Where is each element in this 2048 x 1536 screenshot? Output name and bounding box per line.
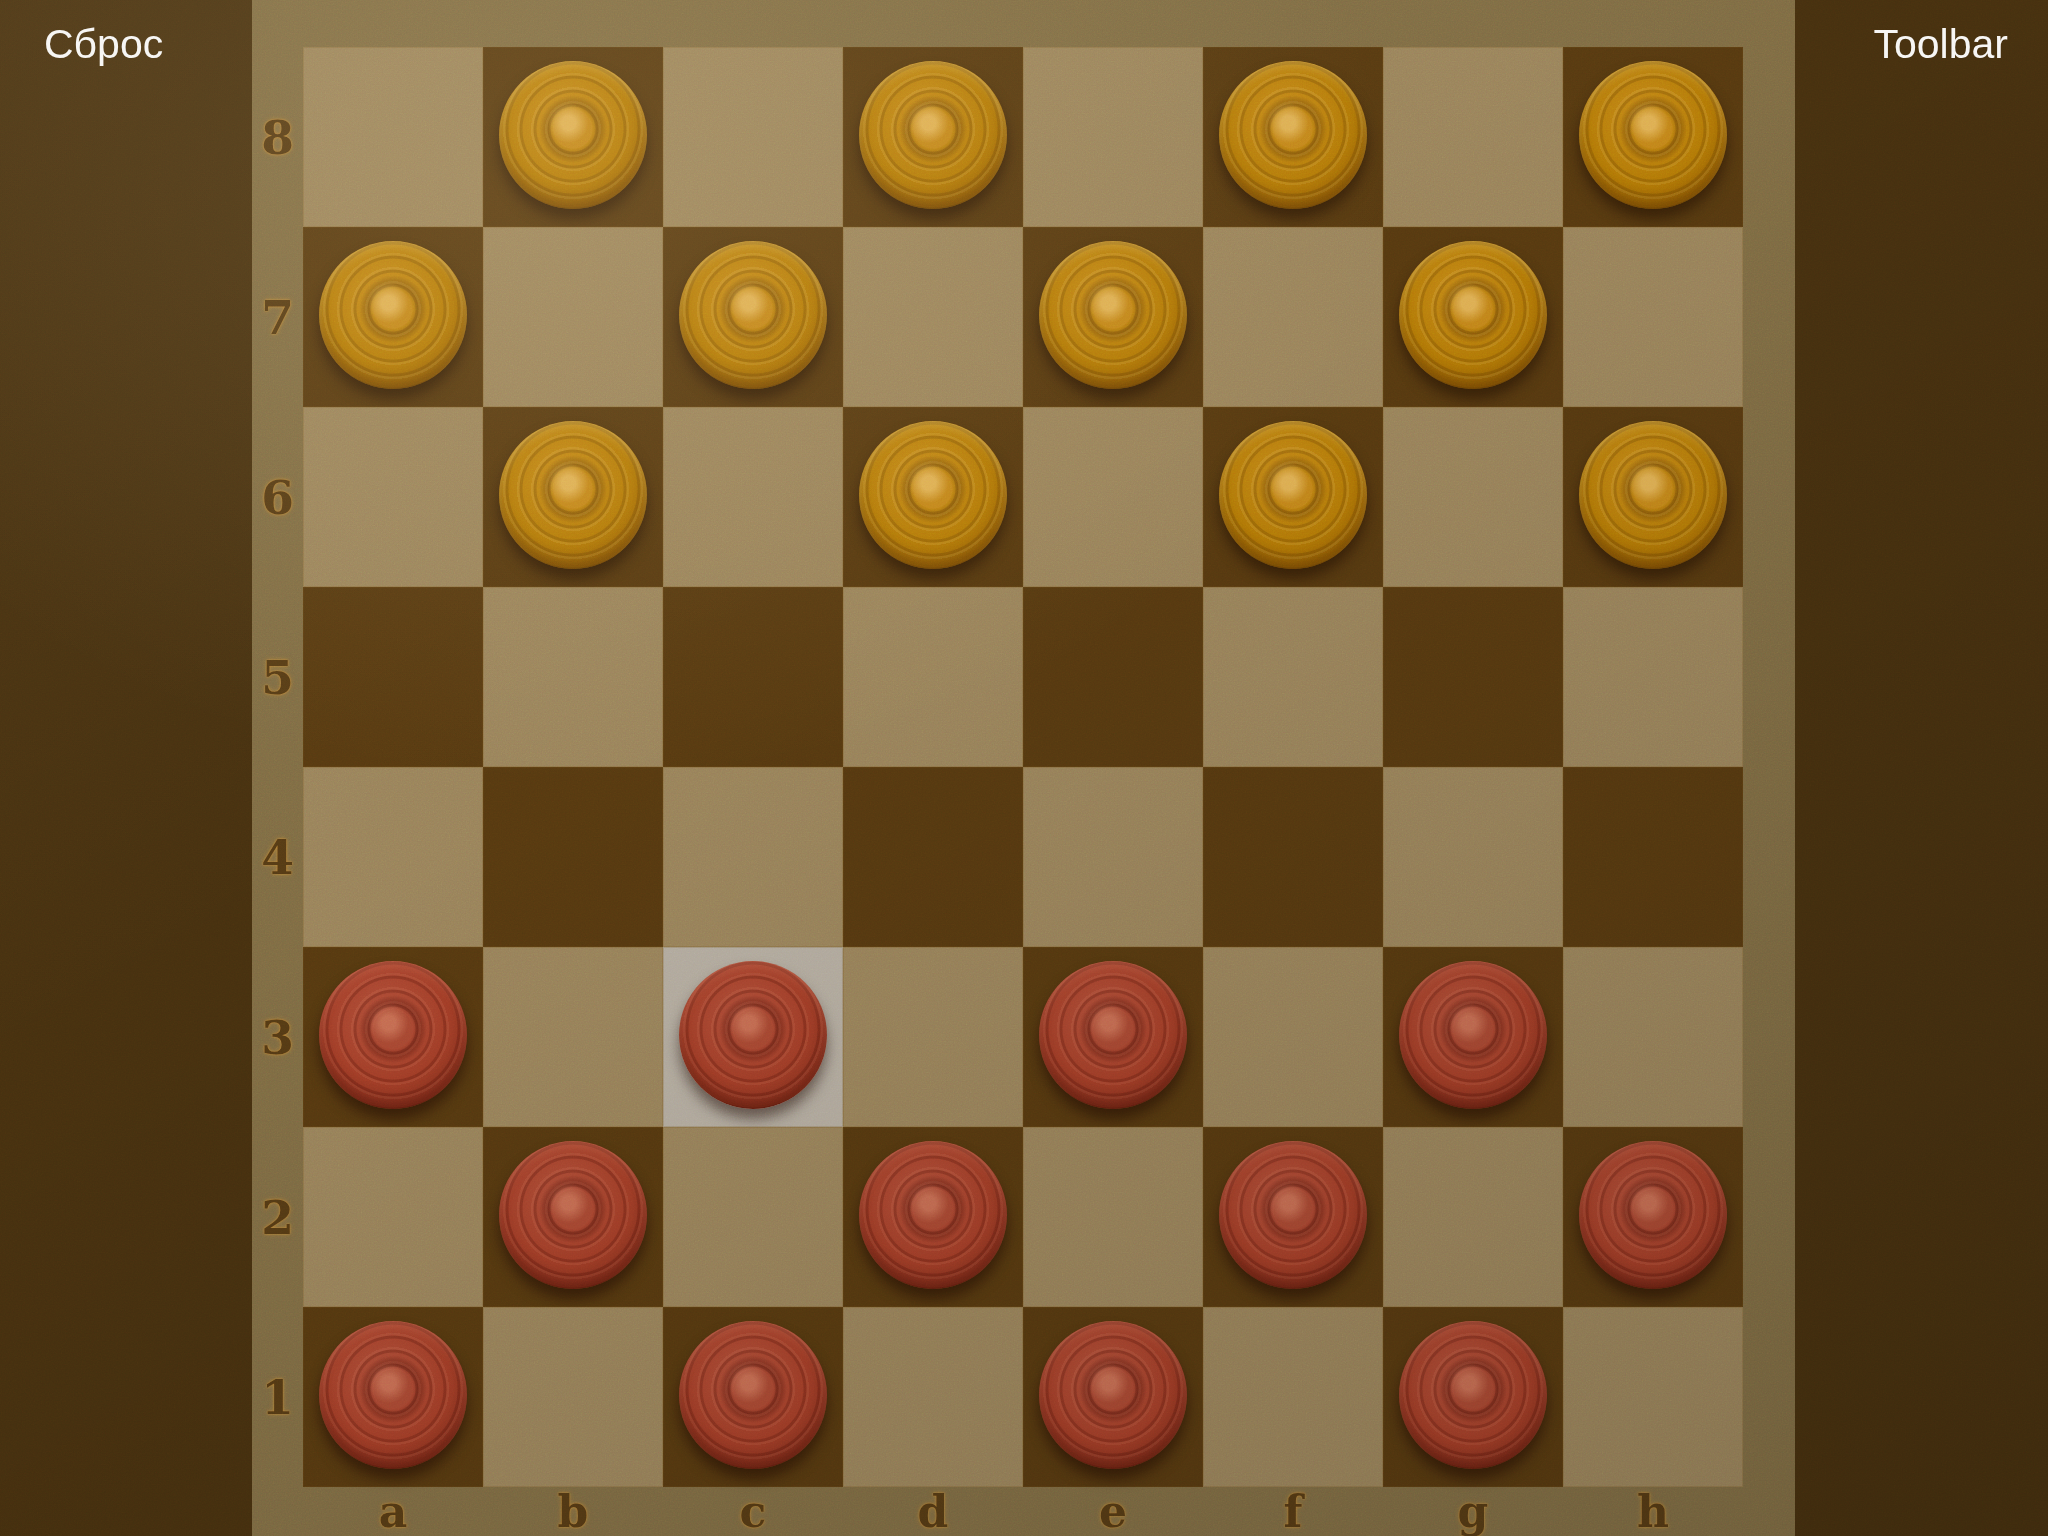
rank-labels: 87654321 bbox=[252, 47, 303, 1487]
reset-button[interactable]: Сброс bbox=[44, 22, 163, 67]
square-g6[interactable] bbox=[1383, 407, 1563, 587]
square-g4[interactable] bbox=[1383, 767, 1563, 947]
square-g1[interactable] bbox=[1383, 1307, 1563, 1487]
square-h8[interactable] bbox=[1563, 47, 1743, 227]
square-h5[interactable] bbox=[1563, 587, 1743, 767]
square-h3[interactable] bbox=[1563, 947, 1743, 1127]
square-e5[interactable] bbox=[1023, 587, 1203, 767]
yellow-piece-h8[interactable] bbox=[1579, 61, 1727, 209]
yellow-piece-d6[interactable] bbox=[859, 421, 1007, 569]
rank-label-6: 6 bbox=[252, 407, 303, 587]
rank-label-7: 7 bbox=[252, 227, 303, 407]
square-h4[interactable] bbox=[1563, 767, 1743, 947]
file-label-d: d bbox=[843, 1487, 1023, 1536]
rank-label-1: 1 bbox=[252, 1307, 303, 1487]
yellow-piece-g7[interactable] bbox=[1399, 241, 1547, 389]
square-a3[interactable] bbox=[303, 947, 483, 1127]
square-d5[interactable] bbox=[843, 587, 1023, 767]
file-labels: abcdefgh bbox=[303, 1487, 1743, 1536]
square-f6[interactable] bbox=[1203, 407, 1383, 587]
square-b3[interactable] bbox=[483, 947, 663, 1127]
square-d1[interactable] bbox=[843, 1307, 1023, 1487]
square-e8[interactable] bbox=[1023, 47, 1203, 227]
square-e2[interactable] bbox=[1023, 1127, 1203, 1307]
square-b7[interactable] bbox=[483, 227, 663, 407]
file-label-b: b bbox=[483, 1487, 663, 1536]
square-f8[interactable] bbox=[1203, 47, 1383, 227]
file-label-a: a bbox=[303, 1487, 483, 1536]
square-f7[interactable] bbox=[1203, 227, 1383, 407]
yellow-piece-b8[interactable] bbox=[499, 61, 647, 209]
rank-label-2: 2 bbox=[252, 1127, 303, 1307]
square-a7[interactable] bbox=[303, 227, 483, 407]
red-piece-a1[interactable] bbox=[319, 1321, 467, 1469]
yellow-piece-b6[interactable] bbox=[499, 421, 647, 569]
square-e3[interactable] bbox=[1023, 947, 1203, 1127]
square-h2[interactable] bbox=[1563, 1127, 1743, 1307]
square-d7[interactable] bbox=[843, 227, 1023, 407]
square-c2[interactable] bbox=[663, 1127, 843, 1307]
square-c6[interactable] bbox=[663, 407, 843, 587]
toolbar-button[interactable]: Toolbar bbox=[1874, 22, 2008, 67]
square-b6[interactable] bbox=[483, 407, 663, 587]
square-c8[interactable] bbox=[663, 47, 843, 227]
red-piece-d2[interactable] bbox=[859, 1141, 1007, 1289]
square-d6[interactable] bbox=[843, 407, 1023, 587]
square-c4[interactable] bbox=[663, 767, 843, 947]
square-g5[interactable] bbox=[1383, 587, 1563, 767]
square-f5[interactable] bbox=[1203, 587, 1383, 767]
yellow-piece-c7[interactable] bbox=[679, 241, 827, 389]
file-label-h: h bbox=[1563, 1487, 1743, 1536]
yellow-piece-h6[interactable] bbox=[1579, 421, 1727, 569]
rank-label-4: 4 bbox=[252, 767, 303, 947]
yellow-piece-f6[interactable] bbox=[1219, 421, 1367, 569]
red-piece-c1[interactable] bbox=[679, 1321, 827, 1469]
square-h7[interactable] bbox=[1563, 227, 1743, 407]
yellow-piece-e7[interactable] bbox=[1039, 241, 1187, 389]
square-f2[interactable] bbox=[1203, 1127, 1383, 1307]
file-label-c: c bbox=[663, 1487, 843, 1536]
square-h6[interactable] bbox=[1563, 407, 1743, 587]
file-label-e: e bbox=[1023, 1487, 1203, 1536]
square-b1[interactable] bbox=[483, 1307, 663, 1487]
square-f1[interactable] bbox=[1203, 1307, 1383, 1487]
app-root: Сброс Toolbar 87654321 abcdefgh bbox=[0, 0, 2048, 1536]
yellow-piece-d8[interactable] bbox=[859, 61, 1007, 209]
square-g8[interactable] bbox=[1383, 47, 1563, 227]
square-d3[interactable] bbox=[843, 947, 1023, 1127]
yellow-piece-a7[interactable] bbox=[319, 241, 467, 389]
square-g2[interactable] bbox=[1383, 1127, 1563, 1307]
square-a4[interactable] bbox=[303, 767, 483, 947]
square-d8[interactable] bbox=[843, 47, 1023, 227]
red-piece-a3[interactable] bbox=[319, 961, 467, 1109]
red-piece-g1[interactable] bbox=[1399, 1321, 1547, 1469]
square-a2[interactable] bbox=[303, 1127, 483, 1307]
square-e7[interactable] bbox=[1023, 227, 1203, 407]
square-g7[interactable] bbox=[1383, 227, 1563, 407]
square-c3[interactable] bbox=[663, 947, 843, 1127]
square-d4[interactable] bbox=[843, 767, 1023, 947]
red-piece-e3[interactable] bbox=[1039, 961, 1187, 1109]
square-b5[interactable] bbox=[483, 587, 663, 767]
square-b2[interactable] bbox=[483, 1127, 663, 1307]
rank-label-3: 3 bbox=[252, 947, 303, 1127]
square-c5[interactable] bbox=[663, 587, 843, 767]
square-f4[interactable] bbox=[1203, 767, 1383, 947]
square-a8[interactable] bbox=[303, 47, 483, 227]
square-h1[interactable] bbox=[1563, 1307, 1743, 1487]
square-a1[interactable] bbox=[303, 1307, 483, 1487]
red-piece-g3[interactable] bbox=[1399, 961, 1547, 1109]
square-g3[interactable] bbox=[1383, 947, 1563, 1127]
square-c1[interactable] bbox=[663, 1307, 843, 1487]
red-piece-e1[interactable] bbox=[1039, 1321, 1187, 1469]
square-d2[interactable] bbox=[843, 1127, 1023, 1307]
square-b8[interactable] bbox=[483, 47, 663, 227]
file-label-g: g bbox=[1383, 1487, 1563, 1536]
board-frame: 87654321 abcdefgh bbox=[252, 0, 1795, 1536]
square-b4[interactable] bbox=[483, 767, 663, 947]
file-label-f: f bbox=[1203, 1487, 1383, 1536]
checkers-board bbox=[303, 47, 1743, 1487]
red-piece-b2[interactable] bbox=[499, 1141, 647, 1289]
square-c7[interactable] bbox=[663, 227, 843, 407]
red-piece-h2[interactable] bbox=[1579, 1141, 1727, 1289]
square-e1[interactable] bbox=[1023, 1307, 1203, 1487]
rank-label-8: 8 bbox=[252, 47, 303, 227]
red-piece-c3[interactable] bbox=[679, 961, 827, 1109]
square-a5[interactable] bbox=[303, 587, 483, 767]
square-a6[interactable] bbox=[303, 407, 483, 587]
red-piece-f2[interactable] bbox=[1219, 1141, 1367, 1289]
square-e6[interactable] bbox=[1023, 407, 1203, 587]
square-f3[interactable] bbox=[1203, 947, 1383, 1127]
square-e4[interactable] bbox=[1023, 767, 1203, 947]
rank-label-5: 5 bbox=[252, 587, 303, 767]
yellow-piece-f8[interactable] bbox=[1219, 61, 1367, 209]
